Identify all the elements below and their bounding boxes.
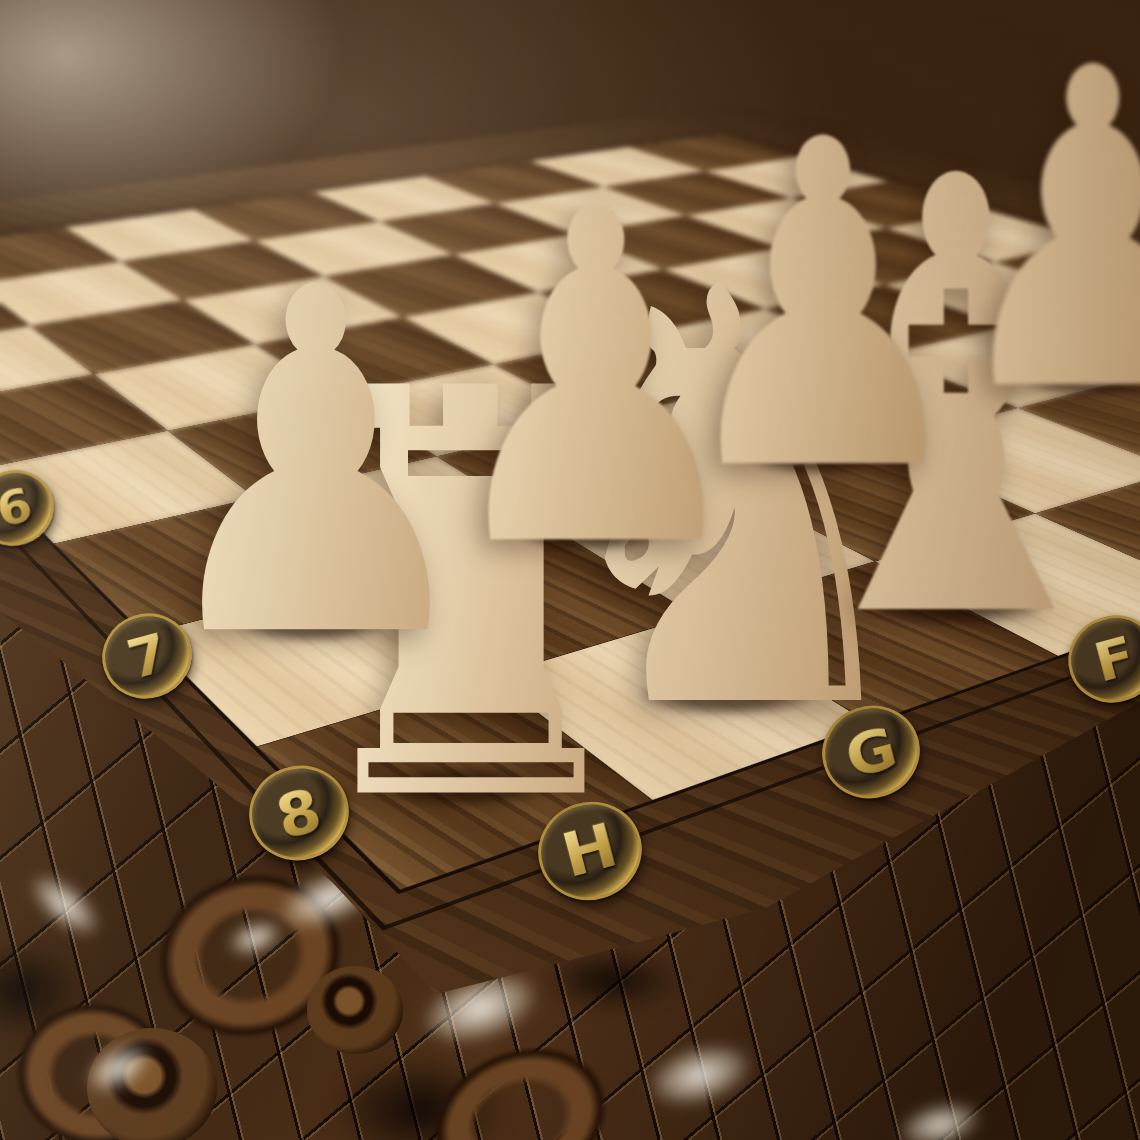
- photo-stage: 678HGF ♜♞♝♟♟♟♟: [0, 0, 1140, 1140]
- white-pawn-glyph: ♟: [670, 82, 977, 532]
- varnish-glare: [875, 1081, 1006, 1140]
- white-pawn-glyph: ♟: [943, 12, 1140, 452]
- scroll-boss: [307, 966, 403, 1054]
- medallion-label: 6: [0, 477, 38, 539]
